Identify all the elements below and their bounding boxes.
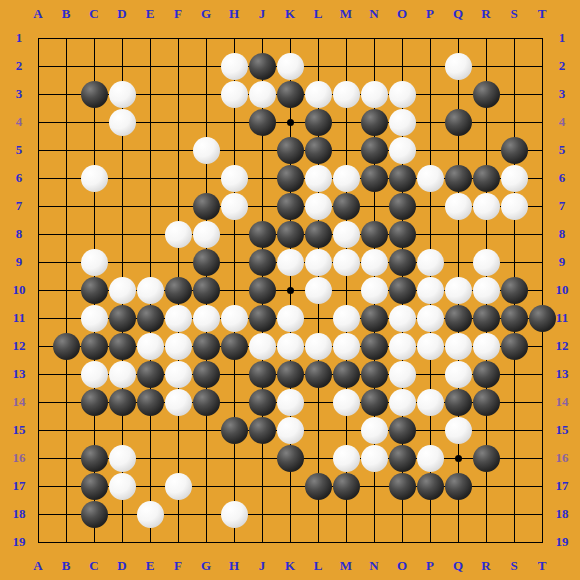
white-stone-H2[interactable] [221, 53, 248, 80]
black-stone-G9[interactable] [193, 249, 220, 276]
white-stone-G11[interactable] [193, 305, 220, 332]
intersection-E8[interactable] [136, 220, 164, 248]
white-stone-N16[interactable] [361, 445, 388, 472]
black-stone-J11[interactable] [249, 305, 276, 332]
black-stone-N5[interactable] [361, 137, 388, 164]
intersection-A8[interactable] [24, 220, 52, 248]
black-stone-K6[interactable] [277, 165, 304, 192]
white-stone-E12[interactable] [137, 333, 164, 360]
black-stone-G13[interactable] [193, 361, 220, 388]
white-stone-D13[interactable] [109, 361, 136, 388]
intersection-N18[interactable] [360, 500, 388, 528]
black-stone-M7[interactable] [333, 193, 360, 220]
black-stone-R14[interactable] [473, 389, 500, 416]
intersection-E17[interactable] [136, 472, 164, 500]
white-stone-P12[interactable] [417, 333, 444, 360]
intersection-J7[interactable] [248, 192, 276, 220]
intersection-D2[interactable] [108, 52, 136, 80]
intersection-S19[interactable] [500, 528, 528, 556]
intersection-M2[interactable] [332, 52, 360, 80]
intersection-C4[interactable] [80, 108, 108, 136]
intersection-A18[interactable] [24, 500, 52, 528]
intersection-D9[interactable] [108, 248, 136, 276]
intersection-H5[interactable] [220, 136, 248, 164]
white-stone-M12[interactable] [333, 333, 360, 360]
white-stone-M11[interactable] [333, 305, 360, 332]
black-stone-R11[interactable] [473, 305, 500, 332]
intersection-B19[interactable] [52, 528, 80, 556]
black-stone-K7[interactable] [277, 193, 304, 220]
intersection-T2[interactable] [528, 52, 556, 80]
intersection-T13[interactable] [528, 360, 556, 388]
white-stone-Q7[interactable] [445, 193, 472, 220]
intersection-M15[interactable] [332, 416, 360, 444]
black-stone-S10[interactable] [501, 277, 528, 304]
white-stone-F8[interactable] [165, 221, 192, 248]
intersection-D5[interactable] [108, 136, 136, 164]
intersection-A2[interactable] [24, 52, 52, 80]
intersection-L2[interactable] [304, 52, 332, 80]
white-stone-H7[interactable] [221, 193, 248, 220]
black-stone-O8[interactable] [389, 221, 416, 248]
white-stone-O4[interactable] [389, 109, 416, 136]
black-stone-L17[interactable] [305, 473, 332, 500]
intersection-H1[interactable] [220, 24, 248, 52]
intersection-A10[interactable] [24, 276, 52, 304]
black-stone-R3[interactable] [473, 81, 500, 108]
white-stone-K11[interactable] [277, 305, 304, 332]
intersection-T14[interactable] [528, 388, 556, 416]
black-stone-J13[interactable] [249, 361, 276, 388]
intersection-B8[interactable] [52, 220, 80, 248]
white-stone-N10[interactable] [361, 277, 388, 304]
black-stone-G14[interactable] [193, 389, 220, 416]
intersection-T4[interactable] [528, 108, 556, 136]
intersection-G16[interactable] [192, 444, 220, 472]
white-stone-G5[interactable] [193, 137, 220, 164]
intersection-L18[interactable] [304, 500, 332, 528]
intersection-K18[interactable] [276, 500, 304, 528]
intersection-T7[interactable] [528, 192, 556, 220]
black-stone-C18[interactable] [81, 501, 108, 528]
white-stone-K2[interactable] [277, 53, 304, 80]
intersection-T5[interactable] [528, 136, 556, 164]
black-stone-J9[interactable] [249, 249, 276, 276]
black-stone-H15[interactable] [221, 417, 248, 444]
intersection-O1[interactable] [388, 24, 416, 52]
intersection-C7[interactable] [80, 192, 108, 220]
intersection-N1[interactable] [360, 24, 388, 52]
intersection-Q3[interactable] [444, 80, 472, 108]
black-stone-O16[interactable] [389, 445, 416, 472]
intersection-T3[interactable] [528, 80, 556, 108]
white-stone-D3[interactable] [109, 81, 136, 108]
intersection-T10[interactable] [528, 276, 556, 304]
intersection-D8[interactable] [108, 220, 136, 248]
intersection-T9[interactable] [528, 248, 556, 276]
intersection-F19[interactable] [164, 528, 192, 556]
black-stone-K13[interactable] [277, 361, 304, 388]
intersection-P15[interactable] [416, 416, 444, 444]
intersection-S17[interactable] [500, 472, 528, 500]
white-stone-C6[interactable] [81, 165, 108, 192]
black-stone-O15[interactable] [389, 417, 416, 444]
intersection-G3[interactable] [192, 80, 220, 108]
intersection-E2[interactable] [136, 52, 164, 80]
white-stone-M3[interactable] [333, 81, 360, 108]
intersection-B16[interactable] [52, 444, 80, 472]
white-stone-F17[interactable] [165, 473, 192, 500]
intersection-K1[interactable] [276, 24, 304, 52]
black-stone-G7[interactable] [193, 193, 220, 220]
intersection-L15[interactable] [304, 416, 332, 444]
intersection-S18[interactable] [500, 500, 528, 528]
intersection-A4[interactable] [24, 108, 52, 136]
intersection-J16[interactable] [248, 444, 276, 472]
black-stone-R6[interactable] [473, 165, 500, 192]
intersection-T6[interactable] [528, 164, 556, 192]
black-stone-E14[interactable] [137, 389, 164, 416]
intersection-N17[interactable] [360, 472, 388, 500]
intersection-H13[interactable] [220, 360, 248, 388]
intersection-A15[interactable] [24, 416, 52, 444]
black-stone-O9[interactable] [389, 249, 416, 276]
intersection-M10[interactable] [332, 276, 360, 304]
black-stone-C17[interactable] [81, 473, 108, 500]
intersection-B18[interactable] [52, 500, 80, 528]
intersection-D19[interactable] [108, 528, 136, 556]
intersection-B15[interactable] [52, 416, 80, 444]
white-stone-Q10[interactable] [445, 277, 472, 304]
intersection-T18[interactable] [528, 500, 556, 528]
intersection-R17[interactable] [472, 472, 500, 500]
black-stone-E13[interactable] [137, 361, 164, 388]
white-stone-P16[interactable] [417, 445, 444, 472]
intersection-J18[interactable] [248, 500, 276, 528]
intersection-M19[interactable] [332, 528, 360, 556]
black-stone-K3[interactable] [277, 81, 304, 108]
intersection-R5[interactable] [472, 136, 500, 164]
intersection-B4[interactable] [52, 108, 80, 136]
white-stone-Q12[interactable] [445, 333, 472, 360]
black-stone-R13[interactable] [473, 361, 500, 388]
intersection-F7[interactable] [164, 192, 192, 220]
intersection-B1[interactable] [52, 24, 80, 52]
intersection-F2[interactable] [164, 52, 192, 80]
black-stone-K8[interactable] [277, 221, 304, 248]
intersection-T17[interactable] [528, 472, 556, 500]
intersection-S9[interactable] [500, 248, 528, 276]
white-stone-J12[interactable] [249, 333, 276, 360]
intersection-A9[interactable] [24, 248, 52, 276]
go-board[interactable]: AABBCCDDEEFFGGHHJJKKLLMMNNOOPPQQRRSSTT11… [0, 0, 580, 580]
intersection-F4[interactable] [164, 108, 192, 136]
black-stone-Q4[interactable] [445, 109, 472, 136]
intersection-P19[interactable] [416, 528, 444, 556]
black-stone-J15[interactable] [249, 417, 276, 444]
white-stone-E10[interactable] [137, 277, 164, 304]
intersection-F1[interactable] [164, 24, 192, 52]
white-stone-L12[interactable] [305, 333, 332, 360]
intersection-E1[interactable] [136, 24, 164, 52]
white-stone-M9[interactable] [333, 249, 360, 276]
intersection-N2[interactable] [360, 52, 388, 80]
intersection-S16[interactable] [500, 444, 528, 472]
intersection-M5[interactable] [332, 136, 360, 164]
intersection-L14[interactable] [304, 388, 332, 416]
intersection-C19[interactable] [80, 528, 108, 556]
intersection-G15[interactable] [192, 416, 220, 444]
intersection-C2[interactable] [80, 52, 108, 80]
intersection-A6[interactable] [24, 164, 52, 192]
intersection-J19[interactable] [248, 528, 276, 556]
intersection-Q19[interactable] [444, 528, 472, 556]
intersection-D7[interactable] [108, 192, 136, 220]
black-stone-O7[interactable] [389, 193, 416, 220]
intersection-C5[interactable] [80, 136, 108, 164]
intersection-N19[interactable] [360, 528, 388, 556]
intersection-E7[interactable] [136, 192, 164, 220]
intersection-R2[interactable] [472, 52, 500, 80]
black-stone-O17[interactable] [389, 473, 416, 500]
intersection-M1[interactable] [332, 24, 360, 52]
intersection-R1[interactable] [472, 24, 500, 52]
black-stone-D11[interactable] [109, 305, 136, 332]
intersection-E15[interactable] [136, 416, 164, 444]
black-stone-G12[interactable] [193, 333, 220, 360]
white-stone-Q2[interactable] [445, 53, 472, 80]
intersection-E4[interactable] [136, 108, 164, 136]
white-stone-L9[interactable] [305, 249, 332, 276]
black-stone-C12[interactable] [81, 333, 108, 360]
intersection-S14[interactable] [500, 388, 528, 416]
intersection-P7[interactable] [416, 192, 444, 220]
white-stone-C11[interactable] [81, 305, 108, 332]
white-stone-P10[interactable] [417, 277, 444, 304]
white-stone-G8[interactable] [193, 221, 220, 248]
black-stone-P17[interactable] [417, 473, 444, 500]
white-stone-R7[interactable] [473, 193, 500, 220]
black-stone-K16[interactable] [277, 445, 304, 472]
black-stone-L4[interactable] [305, 109, 332, 136]
white-stone-F11[interactable] [165, 305, 192, 332]
intersection-R15[interactable] [472, 416, 500, 444]
intersection-P2[interactable] [416, 52, 444, 80]
intersection-S8[interactable] [500, 220, 528, 248]
black-stone-Q11[interactable] [445, 305, 472, 332]
intersection-E19[interactable] [136, 528, 164, 556]
intersection-H8[interactable] [220, 220, 248, 248]
black-stone-L5[interactable] [305, 137, 332, 164]
intersection-E5[interactable] [136, 136, 164, 164]
white-stone-L10[interactable] [305, 277, 332, 304]
black-stone-G10[interactable] [193, 277, 220, 304]
intersection-Q9[interactable] [444, 248, 472, 276]
intersection-H14[interactable] [220, 388, 248, 416]
intersection-B3[interactable] [52, 80, 80, 108]
white-stone-L6[interactable] [305, 165, 332, 192]
black-stone-N4[interactable] [361, 109, 388, 136]
black-stone-R16[interactable] [473, 445, 500, 472]
intersection-O18[interactable] [388, 500, 416, 528]
intersection-S13[interactable] [500, 360, 528, 388]
black-stone-Q6[interactable] [445, 165, 472, 192]
intersection-T15[interactable] [528, 416, 556, 444]
white-stone-D16[interactable] [109, 445, 136, 472]
white-stone-N3[interactable] [361, 81, 388, 108]
intersection-D15[interactable] [108, 416, 136, 444]
intersection-G1[interactable] [192, 24, 220, 52]
intersection-M4[interactable] [332, 108, 360, 136]
black-stone-S11[interactable] [501, 305, 528, 332]
white-stone-M8[interactable] [333, 221, 360, 248]
intersection-J6[interactable] [248, 164, 276, 192]
black-stone-Q14[interactable] [445, 389, 472, 416]
intersection-B7[interactable] [52, 192, 80, 220]
intersection-S1[interactable] [500, 24, 528, 52]
white-stone-S7[interactable] [501, 193, 528, 220]
black-stone-L8[interactable] [305, 221, 332, 248]
white-stone-M16[interactable] [333, 445, 360, 472]
white-stone-F12[interactable] [165, 333, 192, 360]
intersection-A16[interactable] [24, 444, 52, 472]
black-stone-T11[interactable] [529, 305, 556, 332]
intersection-A13[interactable] [24, 360, 52, 388]
intersection-C1[interactable] [80, 24, 108, 52]
white-stone-D10[interactable] [109, 277, 136, 304]
intersection-Q18[interactable] [444, 500, 472, 528]
black-stone-N6[interactable] [361, 165, 388, 192]
white-stone-O12[interactable] [389, 333, 416, 360]
white-stone-O5[interactable] [389, 137, 416, 164]
intersection-R19[interactable] [472, 528, 500, 556]
intersection-Q1[interactable] [444, 24, 472, 52]
black-stone-N11[interactable] [361, 305, 388, 332]
black-stone-L13[interactable] [305, 361, 332, 388]
intersection-G4[interactable] [192, 108, 220, 136]
white-stone-K15[interactable] [277, 417, 304, 444]
intersection-S2[interactable] [500, 52, 528, 80]
black-stone-J4[interactable] [249, 109, 276, 136]
white-stone-K9[interactable] [277, 249, 304, 276]
intersection-E9[interactable] [136, 248, 164, 276]
white-stone-N15[interactable] [361, 417, 388, 444]
black-stone-M17[interactable] [333, 473, 360, 500]
white-stone-P14[interactable] [417, 389, 444, 416]
white-stone-D17[interactable] [109, 473, 136, 500]
intersection-H19[interactable] [220, 528, 248, 556]
intersection-B10[interactable] [52, 276, 80, 304]
white-stone-F14[interactable] [165, 389, 192, 416]
intersection-H17[interactable] [220, 472, 248, 500]
white-stone-P9[interactable] [417, 249, 444, 276]
black-stone-J10[interactable] [249, 277, 276, 304]
intersection-T19[interactable] [528, 528, 556, 556]
white-stone-F13[interactable] [165, 361, 192, 388]
white-stone-R12[interactable] [473, 333, 500, 360]
intersection-L11[interactable] [304, 304, 332, 332]
intersection-T12[interactable] [528, 332, 556, 360]
intersection-B5[interactable] [52, 136, 80, 164]
intersection-O19[interactable] [388, 528, 416, 556]
intersection-R4[interactable] [472, 108, 500, 136]
intersection-P1[interactable] [416, 24, 444, 52]
white-stone-K12[interactable] [277, 333, 304, 360]
white-stone-R10[interactable] [473, 277, 500, 304]
intersection-D6[interactable] [108, 164, 136, 192]
intersection-P18[interactable] [416, 500, 444, 528]
white-stone-O3[interactable] [389, 81, 416, 108]
intersection-E16[interactable] [136, 444, 164, 472]
white-stone-E18[interactable] [137, 501, 164, 528]
intersection-F3[interactable] [164, 80, 192, 108]
black-stone-J14[interactable] [249, 389, 276, 416]
intersection-C8[interactable] [80, 220, 108, 248]
intersection-T1[interactable] [528, 24, 556, 52]
intersection-G17[interactable] [192, 472, 220, 500]
intersection-L1[interactable] [304, 24, 332, 52]
white-stone-H3[interactable] [221, 81, 248, 108]
intersection-K17[interactable] [276, 472, 304, 500]
white-stone-C9[interactable] [81, 249, 108, 276]
black-stone-B12[interactable] [53, 333, 80, 360]
white-stone-P6[interactable] [417, 165, 444, 192]
black-stone-C14[interactable] [81, 389, 108, 416]
black-stone-H12[interactable] [221, 333, 248, 360]
black-stone-Q17[interactable] [445, 473, 472, 500]
white-stone-M14[interactable] [333, 389, 360, 416]
black-stone-J2[interactable] [249, 53, 276, 80]
white-stone-L3[interactable] [305, 81, 332, 108]
white-stone-P11[interactable] [417, 305, 444, 332]
white-stone-K14[interactable] [277, 389, 304, 416]
black-stone-M13[interactable] [333, 361, 360, 388]
white-stone-O13[interactable] [389, 361, 416, 388]
white-stone-R9[interactable] [473, 249, 500, 276]
intersection-P5[interactable] [416, 136, 444, 164]
intersection-A19[interactable] [24, 528, 52, 556]
intersection-F16[interactable] [164, 444, 192, 472]
intersection-P4[interactable] [416, 108, 444, 136]
intersection-S3[interactable] [500, 80, 528, 108]
black-stone-K5[interactable] [277, 137, 304, 164]
intersection-L19[interactable] [304, 528, 332, 556]
white-stone-Q13[interactable] [445, 361, 472, 388]
intersection-J5[interactable] [248, 136, 276, 164]
intersection-F5[interactable] [164, 136, 192, 164]
white-stone-H6[interactable] [221, 165, 248, 192]
black-stone-N14[interactable] [361, 389, 388, 416]
intersection-T16[interactable] [528, 444, 556, 472]
intersection-H16[interactable] [220, 444, 248, 472]
intersection-D1[interactable] [108, 24, 136, 52]
intersection-L16[interactable] [304, 444, 332, 472]
intersection-R18[interactable] [472, 500, 500, 528]
intersection-A3[interactable] [24, 80, 52, 108]
white-stone-S6[interactable] [501, 165, 528, 192]
intersection-P3[interactable] [416, 80, 444, 108]
intersection-H4[interactable] [220, 108, 248, 136]
intersection-M18[interactable] [332, 500, 360, 528]
intersection-B6[interactable] [52, 164, 80, 192]
black-stone-N12[interactable] [361, 333, 388, 360]
intersection-D18[interactable] [108, 500, 136, 528]
intersection-A17[interactable] [24, 472, 52, 500]
intersection-A14[interactable] [24, 388, 52, 416]
intersection-E3[interactable] [136, 80, 164, 108]
intersection-T8[interactable] [528, 220, 556, 248]
black-stone-F10[interactable] [165, 277, 192, 304]
